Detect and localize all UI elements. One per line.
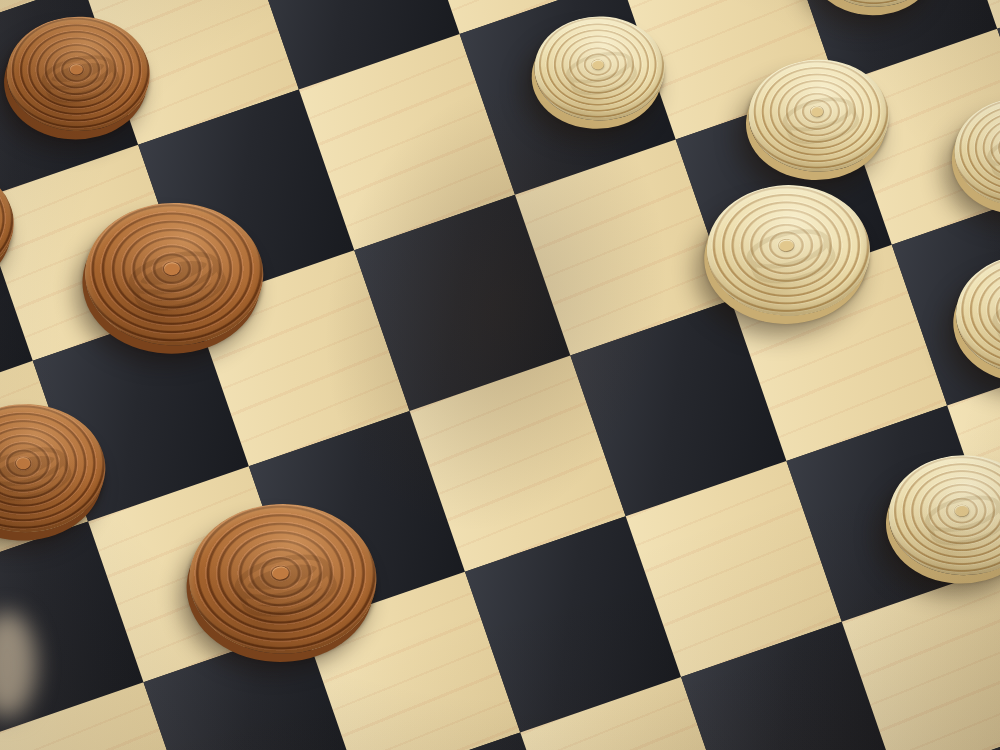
checkers-photo: ⛂⛂⛀⛀⛂⛀⛂⛀⛀⛀⛂⛀⛂: [0, 0, 1000, 750]
checkers-board: ⛂⛂⛀⛀⛂⛀⛂⛀⛀⛀⛂⛀⛂: [0, 0, 1000, 750]
